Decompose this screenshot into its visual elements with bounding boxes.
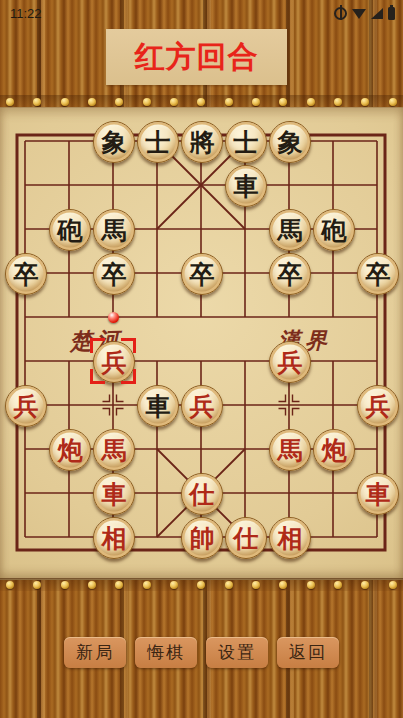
- gold-stud: [88, 98, 96, 106]
- wifi-icon: [352, 9, 366, 19]
- piece-glyph: 卒: [14, 262, 39, 287]
- piece-glyph: 卒: [366, 262, 391, 287]
- piece-glyph: 兵: [278, 350, 303, 375]
- piece-glyph: 卒: [190, 262, 215, 287]
- piece-glyph: 象: [278, 130, 303, 155]
- piece-glyph: 仕: [234, 526, 259, 551]
- piece-glyph: 兵: [102, 350, 127, 375]
- piece-glyph: 相: [278, 526, 303, 551]
- piece-red-仕[interactable]: 仕: [225, 517, 267, 559]
- piece-red-炮[interactable]: 炮: [313, 429, 355, 471]
- piece-red-車[interactable]: 車: [93, 473, 135, 515]
- piece-glyph: 車: [366, 482, 391, 507]
- piece-red-炮[interactable]: 炮: [49, 429, 91, 471]
- piece-glyph: 兵: [366, 394, 391, 419]
- settings-button[interactable]: 设置: [206, 637, 268, 668]
- gold-stud: [170, 581, 178, 589]
- piece-black-士[interactable]: 士: [225, 121, 267, 163]
- piece-red-兵[interactable]: 兵: [5, 385, 47, 427]
- status-bar: 11:22: [0, 0, 403, 24]
- gold-stud: [225, 98, 233, 106]
- piece-glyph: 車: [234, 174, 259, 199]
- piece-glyph: 炮: [58, 438, 83, 463]
- gold-stud: [61, 98, 69, 106]
- piece-red-兵[interactable]: 兵: [269, 341, 311, 383]
- action-buttons: 新局 悔棋 设置 返回: [0, 637, 403, 668]
- gold-stud: [361, 581, 369, 589]
- piece-black-卒[interactable]: 卒: [269, 253, 311, 295]
- piece-glyph: 馬: [278, 438, 303, 463]
- gold-stud: [307, 581, 315, 589]
- gold-stud: [115, 98, 123, 106]
- pieces-layer: 象士將士象車砲馬馬砲卒卒卒卒卒兵兵兵車兵兵炮馬馬炮車仕車相帥仕相: [0, 107, 403, 580]
- piece-red-兵[interactable]: 兵: [93, 341, 135, 383]
- gold-stud: [334, 98, 342, 106]
- gold-stud: [197, 581, 205, 589]
- piece-glyph: 馬: [278, 218, 303, 243]
- gold-stud: [88, 581, 96, 589]
- piece-black-士[interactable]: 士: [137, 121, 179, 163]
- piece-black-象[interactable]: 象: [269, 121, 311, 163]
- gold-stud: [279, 98, 287, 106]
- gold-stud: [143, 98, 151, 106]
- gold-stud: [252, 98, 260, 106]
- piece-glyph: 士: [146, 130, 171, 155]
- gold-stud: [252, 581, 260, 589]
- gold-stud: [33, 581, 41, 589]
- piece-red-兵[interactable]: 兵: [357, 385, 399, 427]
- board-studs-top: [0, 95, 403, 108]
- gold-stud: [6, 581, 14, 589]
- vibrate-icon: [334, 7, 347, 20]
- piece-black-卒[interactable]: 卒: [357, 253, 399, 295]
- piece-black-車[interactable]: 車: [137, 385, 179, 427]
- piece-glyph: 砲: [58, 218, 83, 243]
- turn-banner: 红方回合: [106, 29, 287, 85]
- xiangqi-board[interactable]: 楚河 漢界 象士將士象車砲馬馬砲卒卒卒卒卒兵兵兵車兵兵炮馬馬炮車仕車相帥仕相: [0, 107, 403, 580]
- gold-stud: [61, 581, 69, 589]
- gold-stud: [197, 98, 205, 106]
- piece-black-馬[interactable]: 馬: [93, 209, 135, 251]
- piece-glyph: 士: [234, 130, 259, 155]
- piece-red-車[interactable]: 車: [357, 473, 399, 515]
- gold-stud: [115, 581, 123, 589]
- gold-stud: [389, 581, 397, 589]
- piece-glyph: 兵: [14, 394, 39, 419]
- piece-glyph: 馬: [102, 218, 127, 243]
- piece-glyph: 帥: [190, 526, 215, 551]
- piece-glyph: 象: [102, 130, 127, 155]
- piece-black-卒[interactable]: 卒: [93, 253, 135, 295]
- status-icons: [334, 7, 395, 20]
- gold-stud: [170, 98, 178, 106]
- piece-red-馬[interactable]: 馬: [269, 429, 311, 471]
- gold-stud: [307, 98, 315, 106]
- piece-black-馬[interactable]: 馬: [269, 209, 311, 251]
- piece-red-馬[interactable]: 馬: [93, 429, 135, 471]
- piece-black-砲[interactable]: 砲: [313, 209, 355, 251]
- new-game-button[interactable]: 新局: [64, 637, 126, 668]
- piece-red-帥[interactable]: 帥: [181, 517, 223, 559]
- clock-time: 11:22: [10, 6, 42, 21]
- signal-icon: [371, 8, 383, 19]
- gold-stud: [33, 98, 41, 106]
- gold-stud: [225, 581, 233, 589]
- piece-black-車[interactable]: 車: [225, 165, 267, 207]
- piece-black-將[interactable]: 將: [181, 121, 223, 163]
- piece-red-相[interactable]: 相: [269, 517, 311, 559]
- gold-stud: [6, 98, 14, 106]
- piece-black-象[interactable]: 象: [93, 121, 135, 163]
- gold-stud: [143, 581, 151, 589]
- back-button[interactable]: 返回: [277, 637, 339, 668]
- piece-glyph: 砲: [322, 218, 347, 243]
- piece-glyph: 車: [146, 394, 171, 419]
- piece-glyph: 馬: [102, 438, 127, 463]
- piece-glyph: 車: [102, 482, 127, 507]
- piece-red-仕[interactable]: 仕: [181, 473, 223, 515]
- app-screen: 11:22 红方回合 楚河 漢界 象士將士象車砲馬馬砲卒卒卒卒卒兵兵兵車兵兵炮馬…: [0, 0, 403, 718]
- gold-stud: [389, 98, 397, 106]
- piece-black-砲[interactable]: 砲: [49, 209, 91, 251]
- battery-icon: [388, 7, 395, 20]
- piece-black-卒[interactable]: 卒: [181, 253, 223, 295]
- undo-move-button[interactable]: 悔棋: [135, 637, 197, 668]
- piece-black-卒[interactable]: 卒: [5, 253, 47, 295]
- piece-glyph: 卒: [278, 262, 303, 287]
- gold-stud: [361, 98, 369, 106]
- piece-glyph: 兵: [190, 394, 215, 419]
- piece-red-兵[interactable]: 兵: [181, 385, 223, 427]
- move-hint-dot[interactable]: [108, 312, 119, 323]
- gold-stud: [279, 581, 287, 589]
- piece-glyph: 將: [190, 130, 215, 155]
- piece-glyph: 卒: [102, 262, 127, 287]
- piece-red-相[interactable]: 相: [93, 517, 135, 559]
- piece-glyph: 仕: [190, 482, 215, 507]
- piece-glyph: 炮: [322, 438, 347, 463]
- gold-stud: [334, 581, 342, 589]
- board-studs-bottom: [0, 578, 403, 591]
- piece-glyph: 相: [102, 526, 127, 551]
